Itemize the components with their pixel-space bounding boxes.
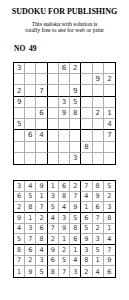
solution-cell-r5c1: 4	[14, 224, 25, 235]
solution-cell-r9c1: 1	[14, 266, 25, 277]
solution-cell-r8c1: 7	[14, 256, 25, 267]
solution-cell-r7c7: 3	[81, 245, 92, 256]
puzzle-grid: 36292279935698215464783	[13, 62, 116, 165]
puzzle-cell-r9c8	[93, 153, 104, 164]
puzzle-cell-r1c6: 2	[70, 63, 81, 74]
solution-grid: 3491627856513874922875491639124356784367…	[13, 180, 116, 278]
puzzle-cell-r4c8	[93, 97, 104, 108]
page-subtitle: This sudoku with solution is totally fre…	[0, 21, 129, 34]
puzzle-cell-r5c5: 9	[59, 108, 70, 119]
solution-cell-r4c1: 9	[14, 213, 25, 224]
solution-cell-r8c7: 8	[81, 256, 92, 267]
solution-cell-r1c6: 2	[70, 181, 81, 192]
solution-cell-r9c7: 2	[81, 266, 92, 277]
solution-cell-r4c4: 4	[48, 213, 59, 224]
solution-cell-r3c8: 6	[93, 202, 104, 213]
solution-cell-r2c1: 6	[14, 192, 25, 203]
puzzle-cell-r5c1	[14, 108, 25, 119]
puzzle-cell-r8c7: 8	[81, 142, 92, 153]
puzzle-cell-r9c7	[81, 153, 92, 164]
puzzle-cell-r7c5	[59, 130, 70, 141]
puzzle-cell-r3c7	[81, 85, 92, 96]
puzzle-cell-r6c3	[36, 119, 47, 130]
puzzle-cell-r8c8	[93, 142, 104, 153]
puzzle-cell-r2c9: 2	[104, 74, 115, 85]
puzzle-cell-r1c2	[25, 63, 36, 74]
solution-cell-r4c2: 1	[25, 213, 36, 224]
solution-cell-r1c8: 8	[93, 181, 104, 192]
puzzle-cell-r5c4	[48, 108, 59, 119]
puzzle-cell-r7c8	[93, 130, 104, 141]
puzzle-cell-r9c9	[104, 153, 115, 164]
solution-cell-r6c3: 8	[36, 234, 47, 245]
solution-cell-r8c5: 5	[59, 256, 70, 267]
solution-cell-r4c5: 3	[59, 213, 70, 224]
puzzle-cell-r8c3	[36, 142, 47, 153]
solution-cell-r7c3: 4	[36, 245, 47, 256]
solution-cell-r1c2: 4	[25, 181, 36, 192]
solution-cell-r7c1: 8	[14, 245, 25, 256]
solution-cell-r6c1: 5	[14, 234, 25, 245]
solution-cell-r8c4: 6	[48, 256, 59, 267]
solution-cell-r5c6: 8	[70, 224, 81, 235]
solution-cell-r6c2: 7	[25, 234, 36, 245]
puzzle-cell-r8c4	[48, 142, 59, 153]
solution-cell-r9c8: 4	[93, 266, 104, 277]
solution-cell-r9c9: 6	[104, 266, 115, 277]
puzzle-cell-r8c1	[14, 142, 25, 153]
solution-cell-r3c2: 8	[25, 202, 36, 213]
solution-cell-r3c6: 9	[70, 202, 81, 213]
solution-cell-r8c6: 4	[70, 256, 81, 267]
solution-cell-r7c4: 9	[48, 245, 59, 256]
solution-cell-r9c5: 7	[59, 266, 70, 277]
puzzle-cell-r2c1	[14, 74, 25, 85]
solution-cell-r3c7: 1	[81, 202, 92, 213]
puzzle-cell-r1c9	[104, 63, 115, 74]
puzzle-cell-r5c6: 8	[70, 108, 81, 119]
solution-cell-r2c4: 3	[48, 192, 59, 203]
puzzle-cell-r1c7	[81, 63, 92, 74]
puzzle-cell-r4c1: 9	[14, 97, 25, 108]
solution-cell-r4c6: 5	[70, 213, 81, 224]
solution-cell-r6c6: 6	[70, 234, 81, 245]
puzzle-cell-r1c3	[36, 63, 47, 74]
solution-cell-r9c2: 9	[25, 266, 36, 277]
puzzle-cell-r8c5	[59, 142, 70, 153]
puzzle-cell-r7c6	[70, 130, 81, 141]
puzzle-cell-r1c4	[48, 63, 59, 74]
solution-cell-r5c8: 2	[93, 224, 104, 235]
solution-cell-r1c4: 1	[48, 181, 59, 192]
puzzle-cell-r5c9: 1	[104, 108, 115, 119]
puzzle-cell-r9c1	[14, 153, 25, 164]
puzzle-cell-r8c9	[104, 142, 115, 153]
solution-cell-r5c3: 6	[36, 224, 47, 235]
solution-cell-r8c2: 2	[25, 256, 36, 267]
solution-cell-r4c7: 6	[81, 213, 92, 224]
puzzle-cell-r3c4	[48, 85, 59, 96]
solution-cell-r2c7: 4	[81, 192, 92, 203]
solution-cell-r4c8: 7	[93, 213, 104, 224]
solution-cell-r1c5: 6	[59, 181, 70, 192]
solution-cell-r7c5: 2	[59, 245, 70, 256]
solution-cell-r3c1: 2	[14, 202, 25, 213]
solution-cell-r6c4: 2	[48, 234, 59, 245]
puzzle-cell-r6c1: 5	[14, 119, 25, 130]
puzzle-cell-r8c2	[25, 142, 36, 153]
puzzle-cell-r6c6	[70, 119, 81, 130]
solution-cell-r8c8: 1	[93, 256, 104, 267]
puzzle-cell-r3c5	[59, 85, 70, 96]
puzzle-cell-r6c5	[59, 119, 70, 130]
puzzle-cell-r3c9	[104, 85, 115, 96]
puzzle-cell-r7c1	[14, 130, 25, 141]
sudoku-page: SUDOKU FOR PUBLISHING This sudoku with s…	[0, 0, 129, 300]
puzzle-cell-r7c3: 4	[36, 130, 47, 141]
solution-cell-r2c6: 7	[70, 192, 81, 203]
puzzle-cell-r3c6: 9	[70, 85, 81, 96]
puzzle-cell-r9c3	[36, 153, 47, 164]
subtitle-line-2: totally free to use for web or print	[0, 27, 129, 33]
puzzle-cell-r5c3: 6	[36, 108, 47, 119]
solution-cell-r5c4: 7	[48, 224, 59, 235]
solution-cell-r4c9: 8	[104, 213, 115, 224]
solution-cell-r4c3: 2	[36, 213, 47, 224]
puzzle-cell-r7c4	[48, 130, 59, 141]
solution-cell-r6c9: 4	[104, 234, 115, 245]
solution-cell-r3c9: 3	[104, 202, 115, 213]
solution-cell-r6c8: 3	[93, 234, 104, 245]
puzzle-cell-r9c5	[59, 153, 70, 164]
puzzle-cell-r6c2	[25, 119, 36, 130]
puzzle-cell-r2c2	[25, 74, 36, 85]
solution-cell-r9c4: 8	[48, 266, 59, 277]
puzzle-cell-r7c9: 7	[104, 130, 115, 141]
solution-cell-r1c3: 9	[36, 181, 47, 192]
puzzle-cell-r3c8	[93, 85, 104, 96]
puzzle-cell-r9c6: 3	[70, 153, 81, 164]
solution-cell-r5c5: 9	[59, 224, 70, 235]
puzzle-cell-r6c7	[81, 119, 92, 130]
solution-cell-r8c9: 9	[104, 256, 115, 267]
solution-cell-r9c6: 3	[70, 266, 81, 277]
puzzle-cell-r9c2	[25, 153, 36, 164]
solution-cell-r9c3: 5	[36, 266, 47, 277]
solution-cell-r7c8: 5	[93, 245, 104, 256]
solution-cell-r2c3: 1	[36, 192, 47, 203]
puzzle-cell-r6c9: 4	[104, 119, 115, 130]
puzzle-cell-r3c3: 7	[36, 85, 47, 96]
solution-cell-r2c5: 8	[59, 192, 70, 203]
puzzle-cell-r4c3	[36, 97, 47, 108]
solution-cell-r1c7: 7	[81, 181, 92, 192]
solution-cell-r7c6: 1	[70, 245, 81, 256]
puzzle-cell-r8c6	[70, 142, 81, 153]
puzzle-number: NO 49	[14, 44, 129, 53]
puzzle-cell-r2c4	[48, 74, 59, 85]
puzzle-cell-r4c9	[104, 97, 115, 108]
page-title: SUDOKU FOR PUBLISHING	[0, 0, 129, 16]
puzzle-cell-r5c8: 2	[93, 108, 104, 119]
puzzle-cell-r5c7	[81, 108, 92, 119]
puzzle-cell-r3c1: 2	[14, 85, 25, 96]
puzzle-cell-r7c7	[81, 130, 92, 141]
solution-cell-r3c5: 4	[59, 202, 70, 213]
puzzle-cell-r4c2	[25, 97, 36, 108]
puzzle-cell-r4c4	[48, 97, 59, 108]
solution-cell-r1c1: 3	[14, 181, 25, 192]
puzzle-cell-r9c4	[48, 153, 59, 164]
puzzle-cell-r2c3	[36, 74, 47, 85]
puzzle-cell-r1c1: 3	[14, 63, 25, 74]
puzzle-cell-r5c2	[25, 108, 36, 119]
puzzle-cell-r4c6: 5	[70, 97, 81, 108]
solution-cell-r5c9: 1	[104, 224, 115, 235]
solution-cell-r2c9: 2	[104, 192, 115, 203]
puzzle-cell-r6c4	[48, 119, 59, 130]
puzzle-cell-r1c8	[93, 63, 104, 74]
puzzle-cell-r6c8	[93, 119, 104, 130]
puzzle-cell-r1c5: 6	[59, 63, 70, 74]
puzzle-cell-r7c2: 6	[25, 130, 36, 141]
solution-cell-r7c9: 7	[104, 245, 115, 256]
solution-cell-r3c4: 5	[48, 202, 59, 213]
solution-cell-r6c7: 9	[81, 234, 92, 245]
solution-cell-r1c9: 5	[104, 181, 115, 192]
solution-cell-r3c3: 7	[36, 202, 47, 213]
solution-cell-r8c3: 3	[36, 256, 47, 267]
puzzle-cell-r2c7	[81, 74, 92, 85]
solution-cell-r5c7: 5	[81, 224, 92, 235]
solution-cell-r2c8: 9	[93, 192, 104, 203]
puzzle-cell-r4c7	[81, 97, 92, 108]
solution-cell-r7c2: 6	[25, 245, 36, 256]
solution-cell-r5c2: 3	[25, 224, 36, 235]
puzzle-cell-r2c5	[59, 74, 70, 85]
puzzle-cell-r2c6	[70, 74, 81, 85]
puzzle-cell-r2c8: 9	[93, 74, 104, 85]
solution-cell-r6c5: 1	[59, 234, 70, 245]
puzzle-cell-r4c5: 3	[59, 97, 70, 108]
puzzle-cell-r3c2	[25, 85, 36, 96]
solution-cell-r2c2: 5	[25, 192, 36, 203]
